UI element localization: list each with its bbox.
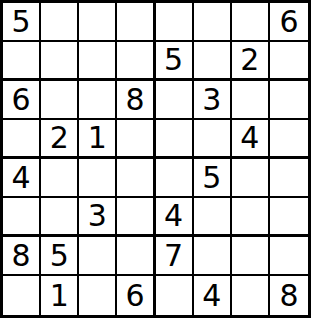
cell-r8c7[interactable]	[232, 276, 270, 315]
cell-r5c2[interactable]	[41, 159, 79, 198]
cell-r8c8[interactable]: 8	[270, 276, 308, 315]
cell-r2c5[interactable]: 5	[156, 42, 194, 81]
cell-r3c3[interactable]	[79, 81, 117, 120]
cell-r7c2[interactable]: 5	[41, 237, 79, 276]
cell-r8c3[interactable]	[79, 276, 117, 315]
cell-r6c7[interactable]	[232, 198, 270, 237]
cell-r7c3[interactable]	[79, 237, 117, 276]
cell-r1c1[interactable]: 5	[3, 3, 41, 42]
cell-r2c6[interactable]	[194, 42, 232, 81]
cell-r4c7[interactable]: 4	[232, 120, 270, 159]
cell-r8c6[interactable]: 4	[194, 276, 232, 315]
cell-r6c2[interactable]	[41, 198, 79, 237]
cell-r6c3[interactable]: 3	[79, 198, 117, 237]
cell-r4c5[interactable]	[156, 120, 194, 159]
cell-r1c5[interactable]	[156, 3, 194, 42]
cell-r7c4[interactable]	[117, 237, 155, 276]
cell-r5c7[interactable]	[232, 159, 270, 198]
cell-r5c6[interactable]: 5	[194, 159, 232, 198]
cell-r2c8[interactable]	[270, 42, 308, 81]
cell-r3c7[interactable]	[232, 81, 270, 120]
cell-r1c8[interactable]: 6	[270, 3, 308, 42]
cell-r8c5[interactable]	[156, 276, 194, 315]
cell-r3c6[interactable]: 3	[194, 81, 232, 120]
cell-r2c4[interactable]	[117, 42, 155, 81]
cell-r8c1[interactable]	[3, 276, 41, 315]
cell-r6c5[interactable]: 4	[156, 198, 194, 237]
cell-r7c5[interactable]: 7	[156, 237, 194, 276]
cell-r8c2[interactable]: 1	[41, 276, 79, 315]
cell-r1c3[interactable]	[79, 3, 117, 42]
cell-r3c8[interactable]	[270, 81, 308, 120]
cell-r3c2[interactable]	[41, 81, 79, 120]
sudoku-board: 565268321445348571648	[0, 0, 311, 318]
cell-r7c6[interactable]	[194, 237, 232, 276]
cell-r7c8[interactable]	[270, 237, 308, 276]
cell-r1c4[interactable]	[117, 3, 155, 42]
cell-r4c4[interactable]	[117, 120, 155, 159]
cell-r2c7[interactable]: 2	[232, 42, 270, 81]
cell-r6c4[interactable]	[117, 198, 155, 237]
cell-r6c1[interactable]	[3, 198, 41, 237]
cell-r6c6[interactable]	[194, 198, 232, 237]
cell-r3c5[interactable]	[156, 81, 194, 120]
cell-r5c8[interactable]	[270, 159, 308, 198]
cell-r3c1[interactable]: 6	[3, 81, 41, 120]
cell-r5c1[interactable]: 4	[3, 159, 41, 198]
cell-r7c7[interactable]	[232, 237, 270, 276]
cell-r1c7[interactable]	[232, 3, 270, 42]
cell-r8c4[interactable]: 6	[117, 276, 155, 315]
cell-r4c6[interactable]	[194, 120, 232, 159]
cell-r1c6[interactable]	[194, 3, 232, 42]
cell-r5c3[interactable]	[79, 159, 117, 198]
cell-r7c1[interactable]: 8	[3, 237, 41, 276]
cell-r2c1[interactable]	[3, 42, 41, 81]
cell-r5c5[interactable]	[156, 159, 194, 198]
cell-r5c4[interactable]	[117, 159, 155, 198]
cell-r2c3[interactable]	[79, 42, 117, 81]
cell-r4c8[interactable]	[270, 120, 308, 159]
cell-r6c8[interactable]	[270, 198, 308, 237]
cell-r4c2[interactable]: 2	[41, 120, 79, 159]
cell-r1c2[interactable]	[41, 3, 79, 42]
cell-r4c3[interactable]: 1	[79, 120, 117, 159]
cell-r4c1[interactable]	[3, 120, 41, 159]
cell-r2c2[interactable]	[41, 42, 79, 81]
cell-r3c4[interactable]: 8	[117, 81, 155, 120]
